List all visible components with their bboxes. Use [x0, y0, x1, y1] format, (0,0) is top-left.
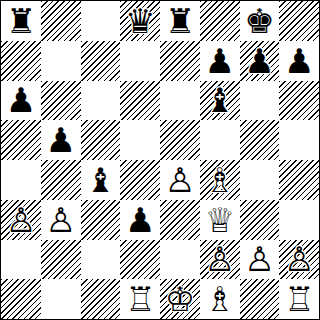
square-f2[interactable]: ♙ — [200, 240, 240, 280]
square-d7[interactable] — [120, 41, 160, 81]
square-d1[interactable]: ♖ — [120, 279, 160, 319]
square-e6[interactable] — [160, 81, 200, 121]
white-queen-icon: ♕ — [204, 203, 234, 237]
square-b8[interactable] — [41, 1, 81, 41]
white-pawn-icon: ♙ — [284, 242, 314, 276]
square-h2[interactable]: ♙ — [279, 240, 319, 280]
black-pawn-icon: ♟ — [244, 44, 274, 78]
square-c4[interactable]: ♝ — [81, 160, 121, 200]
white-rook-icon: ♖ — [125, 282, 155, 316]
square-a7[interactable] — [1, 41, 41, 81]
white-pawn-icon: ♙ — [244, 242, 274, 276]
square-h1[interactable]: ♖ — [279, 279, 319, 319]
square-b2[interactable] — [41, 240, 81, 280]
black-pawn-icon: ♟ — [125, 203, 155, 237]
black-bishop-icon: ♝ — [85, 163, 115, 197]
square-f1[interactable]: ♗ — [200, 279, 240, 319]
square-g7[interactable]: ♟ — [240, 41, 280, 81]
square-g3[interactable] — [240, 200, 280, 240]
black-queen-icon: ♛ — [125, 4, 155, 38]
square-a6[interactable]: ♟ — [1, 81, 41, 121]
square-b5[interactable]: ♟ — [41, 120, 81, 160]
white-bishop-icon: ♗ — [204, 163, 234, 197]
white-pawn-icon: ♙ — [204, 242, 234, 276]
square-b4[interactable] — [41, 160, 81, 200]
square-e2[interactable] — [160, 240, 200, 280]
square-f3[interactable]: ♕ — [200, 200, 240, 240]
black-pawn-icon: ♟ — [45, 123, 75, 157]
white-king-icon: ♔ — [165, 282, 195, 316]
square-b1[interactable] — [41, 279, 81, 319]
square-e4[interactable]: ♙ — [160, 160, 200, 200]
square-c7[interactable] — [81, 41, 121, 81]
square-d6[interactable] — [120, 81, 160, 121]
square-a5[interactable] — [1, 120, 41, 160]
square-c2[interactable] — [81, 240, 121, 280]
square-c8[interactable] — [81, 1, 121, 41]
square-e7[interactable] — [160, 41, 200, 81]
black-king-icon: ♚ — [244, 4, 274, 38]
square-h7[interactable]: ♟ — [279, 41, 319, 81]
square-d3[interactable]: ♟ — [120, 200, 160, 240]
square-f7[interactable]: ♟ — [200, 41, 240, 81]
square-f8[interactable] — [200, 1, 240, 41]
square-d8[interactable]: ♛ — [120, 1, 160, 41]
black-rook-icon: ♜ — [6, 4, 36, 38]
square-h3[interactable] — [279, 200, 319, 240]
white-pawn-icon: ♙ — [45, 203, 75, 237]
square-h6[interactable] — [279, 81, 319, 121]
square-c3[interactable] — [81, 200, 121, 240]
square-h5[interactable] — [279, 120, 319, 160]
square-h4[interactable] — [279, 160, 319, 200]
square-e1[interactable]: ♔ — [160, 279, 200, 319]
square-f5[interactable] — [200, 120, 240, 160]
square-a4[interactable] — [1, 160, 41, 200]
black-pawn-icon: ♟ — [284, 44, 314, 78]
square-e8[interactable]: ♜ — [160, 1, 200, 41]
square-g5[interactable] — [240, 120, 280, 160]
square-f6[interactable]: ♝ — [200, 81, 240, 121]
chess-board: ♜♛♜♚♟♟♟♟♝♟♝♙♗♙♙♟♕♙♙♙♖♔♗♖ — [0, 0, 320, 320]
square-a8[interactable]: ♜ — [1, 1, 41, 41]
black-rook-icon: ♜ — [165, 4, 195, 38]
white-bishop-icon: ♗ — [204, 282, 234, 316]
square-g4[interactable] — [240, 160, 280, 200]
square-b7[interactable] — [41, 41, 81, 81]
square-h8[interactable] — [279, 1, 319, 41]
square-g6[interactable] — [240, 81, 280, 121]
square-d2[interactable] — [120, 240, 160, 280]
square-g2[interactable]: ♙ — [240, 240, 280, 280]
white-pawn-icon: ♙ — [165, 163, 195, 197]
black-pawn-icon: ♟ — [6, 83, 36, 117]
square-g1[interactable] — [240, 279, 280, 319]
white-pawn-icon: ♙ — [6, 203, 36, 237]
square-f4[interactable]: ♗ — [200, 160, 240, 200]
square-d4[interactable] — [120, 160, 160, 200]
square-b6[interactable] — [41, 81, 81, 121]
square-d5[interactable] — [120, 120, 160, 160]
black-pawn-icon: ♟ — [204, 44, 234, 78]
square-c1[interactable] — [81, 279, 121, 319]
square-a1[interactable] — [1, 279, 41, 319]
white-rook-icon: ♖ — [284, 282, 314, 316]
square-b3[interactable]: ♙ — [41, 200, 81, 240]
square-e5[interactable] — [160, 120, 200, 160]
square-c6[interactable] — [81, 81, 121, 121]
square-g8[interactable]: ♚ — [240, 1, 280, 41]
square-c5[interactable] — [81, 120, 121, 160]
square-a2[interactable] — [1, 240, 41, 280]
square-e3[interactable] — [160, 200, 200, 240]
black-bishop-icon: ♝ — [204, 83, 234, 117]
square-a3[interactable]: ♙ — [1, 200, 41, 240]
